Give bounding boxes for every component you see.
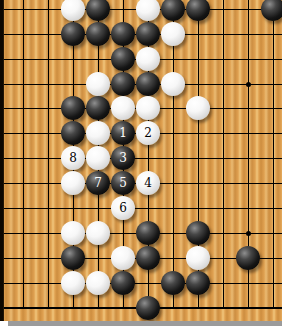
white-stone: ○ <box>161 22 185 46</box>
white-stone-glyph: ○ <box>161 72 185 96</box>
white-stone: ○8 <box>61 146 85 170</box>
black-stone: ● <box>136 22 160 46</box>
white-stone: ○ <box>61 0 85 21</box>
grid-vline-7 <box>173 0 174 309</box>
black-stone: ● <box>186 221 210 245</box>
black-stone-glyph: ● <box>136 22 160 46</box>
black-stone-glyph: ● <box>186 271 210 295</box>
black-stone: ● <box>261 0 282 21</box>
white-stone-glyph: ○ <box>111 246 135 270</box>
white-stone: ○ <box>136 96 160 120</box>
black-stone: ● <box>136 221 160 245</box>
black-stone-glyph: ● <box>61 246 85 270</box>
black-stone: ●3 <box>111 146 135 170</box>
black-stone: ● <box>86 96 110 120</box>
black-stone-glyph: ● <box>136 221 160 245</box>
white-stone-glyph: ○ <box>86 221 110 245</box>
black-stone: ● <box>186 0 210 21</box>
black-stone: ● <box>161 271 185 295</box>
black-stone: ●7 <box>86 171 110 195</box>
white-stone-glyph: ○ <box>86 271 110 295</box>
grid-vline-11 <box>273 0 274 309</box>
black-stone-glyph: ● <box>136 72 160 96</box>
black-stone: ● <box>136 246 160 270</box>
white-stone: ○ <box>111 96 135 120</box>
black-stone: ● <box>86 22 110 46</box>
black-stone-glyph: ● <box>111 271 135 295</box>
white-stone-glyph: ○ <box>136 96 160 120</box>
white-stone-glyph: ○ <box>86 121 110 145</box>
black-stone-glyph: ● <box>186 221 210 245</box>
black-stone-glyph: ● <box>111 72 135 96</box>
black-stone: ● <box>61 121 85 145</box>
white-stone: ○ <box>161 72 185 96</box>
star-point <box>246 82 251 87</box>
black-stone: ●1 <box>111 121 135 145</box>
black-stone: ● <box>111 22 135 46</box>
white-stone-glyph: ○ <box>186 96 210 120</box>
white-stone-glyph: ○ <box>86 72 110 96</box>
black-stone-glyph: ● <box>111 47 135 71</box>
black-stone-glyph: ● <box>261 0 282 21</box>
black-stone-glyph: ● <box>86 0 110 21</box>
black-stone-glyph: ● <box>236 246 260 270</box>
white-stone: ○ <box>186 246 210 270</box>
black-stone: ● <box>136 72 160 96</box>
white-stone: ○ <box>86 72 110 96</box>
white-stone-glyph: ○ <box>61 0 85 21</box>
black-stone-glyph: ● <box>161 0 185 21</box>
white-stone: ○ <box>136 47 160 71</box>
white-stone: ○ <box>86 121 110 145</box>
white-stone-glyph: ○ <box>86 146 110 170</box>
go-diagram: ○●○●●●●●●●○●○○●●○●●○○○●○●1○2○8○●3○●7●5○4… <box>0 0 282 335</box>
grid-hline-7 <box>4 158 282 159</box>
grid-hline-9 <box>4 208 282 209</box>
board-left-edge <box>0 0 4 321</box>
move-number: 3 <box>119 152 127 164</box>
black-stone-glyph: ● <box>86 22 110 46</box>
black-stone: ● <box>61 96 85 120</box>
board-drop-shadow <box>8 321 282 326</box>
white-stone-glyph: ○ <box>136 47 160 71</box>
white-stone-glyph: ○ <box>61 171 85 195</box>
black-stone-glyph: ● <box>161 271 185 295</box>
white-stone: ○2 <box>136 121 160 145</box>
white-stone-glyph: ○ <box>61 221 85 245</box>
black-stone: ● <box>186 271 210 295</box>
grid-hline-12 <box>4 283 282 284</box>
white-stone-glyph: ○ <box>136 0 160 21</box>
black-stone-glyph: ● <box>61 22 85 46</box>
move-number: 1 <box>119 127 127 139</box>
move-number: 4 <box>144 177 152 189</box>
star-point <box>246 231 251 236</box>
black-stone-glyph: ● <box>61 121 85 145</box>
white-stone: ○4 <box>136 171 160 195</box>
black-stone-glyph: ● <box>61 96 85 120</box>
white-stone: ○ <box>61 171 85 195</box>
white-stone-glyph: ○ <box>61 271 85 295</box>
black-stone: ● <box>161 0 185 21</box>
black-stone: ● <box>236 246 260 270</box>
black-stone-glyph: ● <box>86 96 110 120</box>
white-stone: ○ <box>86 221 110 245</box>
black-stone: ● <box>111 47 135 71</box>
move-number: 6 <box>119 202 127 214</box>
white-stone: ○ <box>61 271 85 295</box>
black-stone-glyph: ● <box>111 22 135 46</box>
white-stone: ○ <box>61 221 85 245</box>
white-stone: ○ <box>136 0 160 21</box>
go-board[interactable]: ○●○●●●●●●●○●○○●●○●●○○○●○●1○2○8○●3○●7●5○4… <box>0 0 282 321</box>
black-stone: ●5 <box>111 171 135 195</box>
black-stone: ● <box>136 296 160 320</box>
move-number: 2 <box>144 127 152 139</box>
white-stone-glyph: ○ <box>161 22 185 46</box>
white-stone: ○ <box>86 271 110 295</box>
move-number: 5 <box>119 177 127 189</box>
black-stone-glyph: ● <box>136 246 160 270</box>
black-stone-glyph: ● <box>136 296 160 320</box>
black-stone: ● <box>61 246 85 270</box>
move-number: 7 <box>94 177 102 189</box>
grid-vline-9 <box>223 0 224 309</box>
black-stone: ● <box>111 271 135 295</box>
black-stone: ● <box>111 72 135 96</box>
black-stone: ● <box>86 0 110 21</box>
white-stone: ○ <box>186 96 210 120</box>
black-stone-glyph: ● <box>186 0 210 21</box>
grid-vline-1 <box>23 0 24 309</box>
black-stone: ● <box>61 22 85 46</box>
white-stone-glyph: ○ <box>111 96 135 120</box>
white-stone: ○ <box>111 246 135 270</box>
grid-vline-2 <box>48 0 49 309</box>
white-stone-glyph: ○ <box>186 246 210 270</box>
white-stone: ○ <box>86 146 110 170</box>
move-number: 8 <box>69 152 77 164</box>
white-stone: ○6 <box>111 196 135 220</box>
